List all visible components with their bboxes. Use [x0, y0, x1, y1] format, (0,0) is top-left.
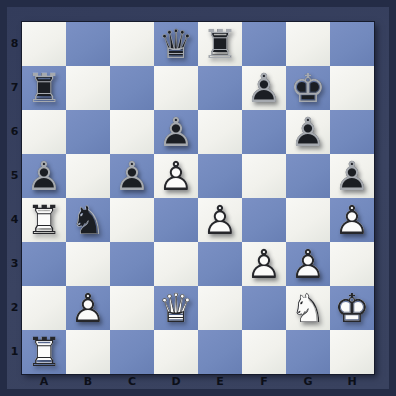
square-c1[interactable]: [110, 330, 154, 374]
square-g3[interactable]: ♟♙: [286, 242, 330, 286]
square-g4[interactable]: [286, 198, 330, 242]
piece-black-queen[interactable]: ♛♕: [154, 22, 198, 66]
square-e2[interactable]: [198, 286, 242, 330]
rank-label-6: 6: [7, 110, 22, 154]
square-a6[interactable]: [22, 110, 66, 154]
king-outline-glyph: ♔: [286, 66, 330, 110]
piece-black-pawn[interactable]: ♟♙: [242, 66, 286, 110]
square-h7[interactable]: [330, 66, 374, 110]
piece-black-pawn[interactable]: ♟♙: [286, 110, 330, 154]
square-d8[interactable]: ♛♕: [154, 22, 198, 66]
square-e4[interactable]: ♟♙: [198, 198, 242, 242]
rank-label-3: 3: [7, 242, 22, 286]
square-f6[interactable]: [242, 110, 286, 154]
square-h2[interactable]: ♚♔: [330, 286, 374, 330]
board-frame: 87654321 ♛♕♜♖♜♖♟♙♚♔♟♙♟♙♟♙♟♙♟♙♟♙♜♖♞♘♟♙♟♙♟…: [0, 0, 396, 396]
square-c6[interactable]: [110, 110, 154, 154]
square-d7[interactable]: [154, 66, 198, 110]
square-c3[interactable]: [110, 242, 154, 286]
file-label-g: G: [286, 375, 330, 390]
queen-outline-glyph: ♕: [154, 22, 198, 66]
square-e5[interactable]: [198, 154, 242, 198]
rook-outline-glyph: ♖: [22, 198, 66, 242]
square-e7[interactable]: [198, 66, 242, 110]
file-label-h: H: [330, 375, 374, 390]
file-label-a: A: [22, 375, 66, 390]
square-d1[interactable]: [154, 330, 198, 374]
piece-black-king[interactable]: ♚♔: [286, 66, 330, 110]
square-a7[interactable]: ♜♖: [22, 66, 66, 110]
pawn-outline-glyph: ♙: [110, 154, 154, 198]
square-h4[interactable]: ♟♙: [330, 198, 374, 242]
square-a5[interactable]: ♟♙: [22, 154, 66, 198]
square-f7[interactable]: ♟♙: [242, 66, 286, 110]
square-h3[interactable]: [330, 242, 374, 286]
piece-white-knight[interactable]: ♞♘: [286, 286, 330, 330]
square-f4[interactable]: [242, 198, 286, 242]
piece-black-pawn[interactable]: ♟♙: [330, 154, 374, 198]
pawn-outline-glyph: ♙: [330, 198, 374, 242]
square-f3[interactable]: ♟♙: [242, 242, 286, 286]
piece-black-rook[interactable]: ♜♖: [198, 22, 242, 66]
rook-outline-glyph: ♖: [22, 66, 66, 110]
pawn-outline-glyph: ♙: [22, 154, 66, 198]
square-b6[interactable]: [66, 110, 110, 154]
square-g5[interactable]: [286, 154, 330, 198]
piece-black-pawn[interactable]: ♟♙: [154, 110, 198, 154]
square-f8[interactable]: [242, 22, 286, 66]
square-f1[interactable]: [242, 330, 286, 374]
file-labels: ABCDEFGH: [22, 375, 374, 390]
square-a1[interactable]: ♜♖: [22, 330, 66, 374]
square-e1[interactable]: [198, 330, 242, 374]
pawn-outline-glyph: ♙: [66, 286, 110, 330]
square-g8[interactable]: [286, 22, 330, 66]
rank-label-5: 5: [7, 154, 22, 198]
piece-white-rook[interactable]: ♜♖: [22, 198, 66, 242]
file-label-d: D: [154, 375, 198, 390]
square-d4[interactable]: [154, 198, 198, 242]
file-label-b: B: [66, 375, 110, 390]
square-c8[interactable]: [110, 22, 154, 66]
pawn-outline-glyph: ♙: [154, 110, 198, 154]
square-g2[interactable]: ♞♘: [286, 286, 330, 330]
rank-label-2: 2: [7, 286, 22, 330]
square-f5[interactable]: [242, 154, 286, 198]
square-b8[interactable]: [66, 22, 110, 66]
square-a8[interactable]: [22, 22, 66, 66]
square-h5[interactable]: ♟♙: [330, 154, 374, 198]
square-c7[interactable]: [110, 66, 154, 110]
square-h8[interactable]: [330, 22, 374, 66]
square-e8[interactable]: ♜♖: [198, 22, 242, 66]
square-b3[interactable]: [66, 242, 110, 286]
square-g1[interactable]: [286, 330, 330, 374]
square-c4[interactable]: [110, 198, 154, 242]
rank-label-4: 4: [7, 198, 22, 242]
square-d6[interactable]: ♟♙: [154, 110, 198, 154]
rank-label-7: 7: [7, 66, 22, 110]
square-d5[interactable]: ♟♙: [154, 154, 198, 198]
square-b7[interactable]: [66, 66, 110, 110]
rank-label-8: 8: [7, 22, 22, 66]
square-g7[interactable]: ♚♔: [286, 66, 330, 110]
piece-white-pawn[interactable]: ♟♙: [154, 154, 198, 198]
file-label-f: F: [242, 375, 286, 390]
square-g6[interactable]: ♟♙: [286, 110, 330, 154]
rook-outline-glyph: ♖: [22, 330, 66, 374]
square-d2[interactable]: ♛♕: [154, 286, 198, 330]
pawn-outline-glyph: ♙: [242, 242, 286, 286]
piece-white-pawn[interactable]: ♟♙: [198, 198, 242, 242]
queen-outline-glyph: ♕: [154, 286, 198, 330]
rook-outline-glyph: ♖: [198, 22, 242, 66]
square-b4[interactable]: ♞♘: [66, 198, 110, 242]
square-a3[interactable]: [22, 242, 66, 286]
pawn-outline-glyph: ♙: [242, 66, 286, 110]
piece-black-knight[interactable]: ♞♘: [66, 198, 110, 242]
pawn-outline-glyph: ♙: [330, 154, 374, 198]
piece-white-queen[interactable]: ♛♕: [154, 286, 198, 330]
piece-black-pawn[interactable]: ♟♙: [22, 154, 66, 198]
square-a2[interactable]: [22, 286, 66, 330]
square-e6[interactable]: [198, 110, 242, 154]
piece-white-rook[interactable]: ♜♖: [22, 330, 66, 374]
square-h6[interactable]: [330, 110, 374, 154]
knight-outline-glyph: ♘: [66, 198, 110, 242]
chess-board: ♛♕♜♖♜♖♟♙♚♔♟♙♟♙♟♙♟♙♟♙♟♙♜♖♞♘♟♙♟♙♟♙♟♙♟♙♛♕♞♘…: [22, 22, 374, 374]
square-h1[interactable]: [330, 330, 374, 374]
square-a4[interactable]: ♜♖: [22, 198, 66, 242]
pawn-outline-glyph: ♙: [198, 198, 242, 242]
piece-white-pawn[interactable]: ♟♙: [242, 242, 286, 286]
file-label-e: E: [198, 375, 242, 390]
piece-white-king[interactable]: ♚♔: [330, 286, 374, 330]
square-d3[interactable]: [154, 242, 198, 286]
rank-label-1: 1: [7, 330, 22, 374]
knight-outline-glyph: ♘: [286, 286, 330, 330]
square-b2[interactable]: ♟♙: [66, 286, 110, 330]
pawn-outline-glyph: ♙: [286, 242, 330, 286]
square-e3[interactable]: [198, 242, 242, 286]
pawn-outline-glyph: ♙: [154, 154, 198, 198]
file-label-c: C: [110, 375, 154, 390]
square-c2[interactable]: [110, 286, 154, 330]
square-b5[interactable]: [66, 154, 110, 198]
piece-white-pawn[interactable]: ♟♙: [66, 286, 110, 330]
piece-black-pawn[interactable]: ♟♙: [110, 154, 154, 198]
piece-black-rook[interactable]: ♜♖: [22, 66, 66, 110]
square-c5[interactable]: ♟♙: [110, 154, 154, 198]
rank-labels: 87654321: [7, 22, 22, 374]
piece-white-pawn[interactable]: ♟♙: [330, 198, 374, 242]
piece-white-pawn[interactable]: ♟♙: [286, 242, 330, 286]
pawn-outline-glyph: ♙: [286, 110, 330, 154]
square-f2[interactable]: [242, 286, 286, 330]
square-b1[interactable]: [66, 330, 110, 374]
king-outline-glyph: ♔: [330, 286, 374, 330]
